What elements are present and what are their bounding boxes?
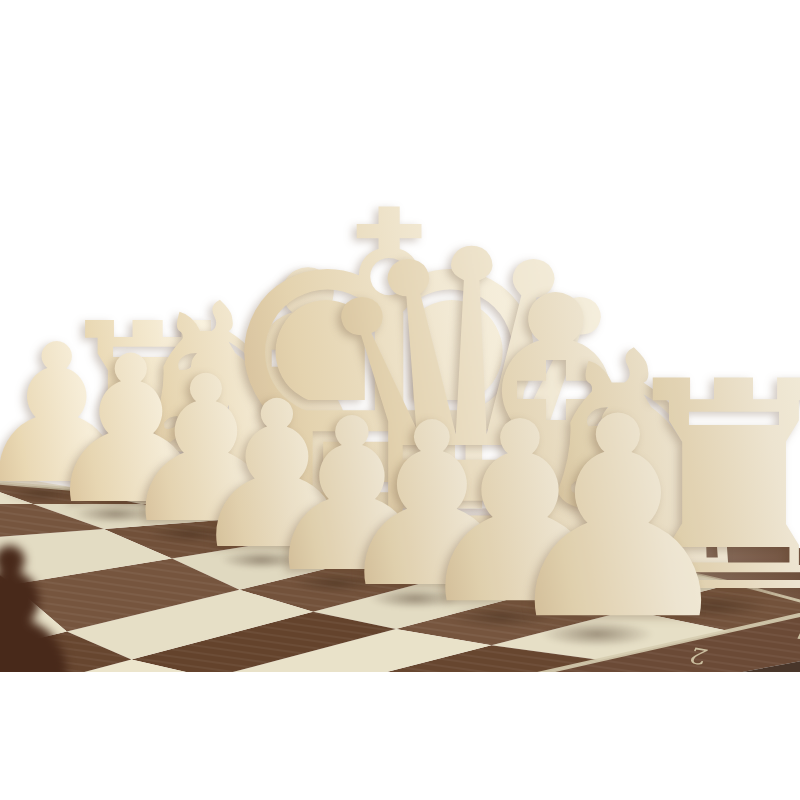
pieces-layer: ♜♞♝♛♚♝♞♜♟♟♟♟♟♟♟♟♟ bbox=[0, 0, 800, 672]
foreground-out-of-focus-piece: ♟ bbox=[0, 524, 95, 672]
chess-set-photo: 12 ♜♞♝♛♚♝♞♜♟♟♟♟♟♟♟♟♟ bbox=[0, 0, 800, 672]
photo-bottom-margin bbox=[0, 672, 800, 800]
white-pawn-a2: ♟ bbox=[493, 381, 742, 659]
